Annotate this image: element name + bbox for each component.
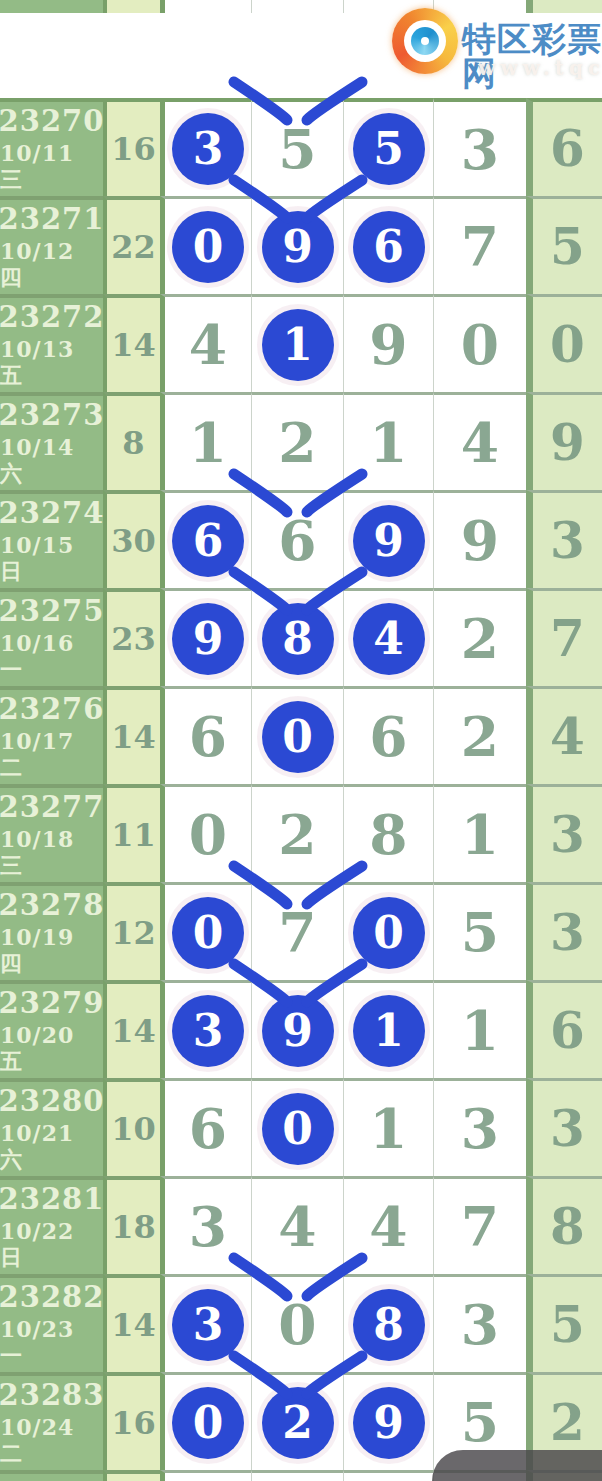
site-logo-icon: [392, 8, 458, 74]
issue-cell-23279: 2327910/20 五: [0, 980, 103, 1078]
issue-number: 23283: [0, 1380, 104, 1412]
strip-cell: [103, 0, 160, 13]
digit-cell: 2: [433, 588, 526, 686]
issue-number: 23275: [0, 596, 104, 628]
sum-value: 10: [111, 1110, 156, 1148]
extra-digit-cell: 9: [526, 392, 602, 490]
digit-value: 6: [550, 124, 585, 174]
digit-cell: 1: [343, 1078, 433, 1176]
circled-digit: 1: [262, 309, 334, 381]
digit-cell: 9: [343, 490, 433, 588]
sum-cell: 22: [103, 196, 160, 294]
issue-cell-23282: 2328210/23 一: [0, 1274, 103, 1372]
sum-cell: [103, 1470, 160, 1481]
circled-digit: 9: [353, 505, 425, 577]
circled-digit: 0: [172, 897, 244, 969]
digit-cell: 3: [160, 98, 251, 196]
issue-number: 23279: [0, 988, 104, 1020]
digit-value: 3: [461, 1297, 499, 1352]
issue-cell-23281: 2328110/22 日: [0, 1176, 103, 1274]
digit-cell: 0: [160, 882, 251, 980]
issue-cell-23278: 2327810/19 四: [0, 882, 103, 980]
digit-value: 2: [461, 709, 499, 764]
digit-cell: 1: [433, 980, 526, 1078]
circled-digit: 4: [353, 603, 425, 675]
sum-cell: 23: [103, 588, 160, 686]
digit-value: 6: [369, 709, 407, 764]
sum-value: 22: [111, 228, 156, 266]
digit-value: 3: [189, 1199, 227, 1254]
digit-cell: 4: [251, 1176, 343, 1274]
circled-digit: 3: [172, 113, 244, 185]
digit-cell: 3: [433, 98, 526, 196]
digit-cell: 6: [343, 196, 433, 294]
digit-value: 5: [461, 1395, 499, 1450]
sum-value: 8: [122, 424, 144, 462]
circled-digit: 1: [353, 995, 425, 1067]
digit-value: 7: [461, 1199, 499, 1254]
digit-value: 3: [550, 810, 585, 860]
circled-digit: 3: [172, 1289, 244, 1361]
digit-value: 3: [461, 122, 499, 177]
circled-digit: 9: [172, 603, 244, 675]
digit-value: 0: [550, 320, 585, 370]
digit-value: 1: [369, 1101, 407, 1156]
digit-cell: 1: [251, 294, 343, 392]
sum-cell: 11: [103, 784, 160, 882]
digit-value: 6: [189, 709, 227, 764]
circled-digit: 6: [172, 505, 244, 577]
issue-number: 23281: [0, 1184, 104, 1216]
digit-cell: 4: [160, 294, 251, 392]
sum-cell: 14: [103, 980, 160, 1078]
digit-value: 2: [461, 611, 499, 666]
issue-number: 23282: [0, 1282, 104, 1314]
digit-value: 1: [461, 1003, 499, 1058]
digit-cell: 1: [433, 784, 526, 882]
digit-cell: 8: [251, 588, 343, 686]
issue-cell-23276: 2327610/17 二: [0, 686, 103, 784]
digit-value: 9: [461, 513, 499, 568]
digit-cell: 1: [343, 392, 433, 490]
digit-value: 8: [369, 807, 407, 862]
digit-value: 3: [550, 516, 585, 566]
digit-value: 3: [461, 1101, 499, 1156]
issue-cell-23272: 2327210/13 五: [0, 294, 103, 392]
digit-value: 9: [369, 317, 407, 372]
issue-number: 23277: [0, 792, 104, 824]
circled-digit: 3: [172, 995, 244, 1067]
draw-date: 10/17 二: [0, 728, 103, 781]
site-watermark: 特区彩票网 www.tqcp.net: [392, 8, 602, 90]
digit-cell: 4: [343, 588, 433, 686]
digit-value: 2: [550, 1398, 585, 1448]
corner-overlay-button[interactable]: [432, 1450, 602, 1481]
digit-value: 8: [550, 1202, 585, 1252]
digit-cell: 4: [343, 1176, 433, 1274]
draw-date: 10/20 五: [0, 1022, 103, 1075]
sum-value: 18: [111, 1208, 156, 1246]
digit-value: 6: [189, 1101, 227, 1156]
circled-digit: 0: [353, 897, 425, 969]
digit-cell: 6: [343, 686, 433, 784]
sum-cell: 10: [103, 1078, 160, 1176]
sum-cell: 14: [103, 294, 160, 392]
digit-cell: 5: [433, 882, 526, 980]
digit-value: 7: [278, 905, 316, 960]
digit-value: 1: [369, 415, 407, 470]
digit-value: 9: [550, 418, 585, 468]
digit-value: 6: [550, 1006, 585, 1056]
circled-digit: 9: [262, 995, 334, 1067]
digit-value: 7: [550, 614, 585, 664]
sum-cell: 16: [103, 98, 160, 196]
circled-digit: 8: [353, 1289, 425, 1361]
digit-value: 2: [278, 807, 316, 862]
circled-digit: 0: [262, 701, 334, 773]
draw-date: 10/14 六: [0, 434, 103, 487]
extra-digit-cell: 3: [526, 490, 602, 588]
issue-number: 23276: [0, 694, 104, 726]
circled-digit: 9: [353, 1387, 425, 1459]
digit-value: 0: [278, 1297, 316, 1352]
issue-number: 23273: [0, 400, 104, 432]
digit-value: 4: [461, 415, 499, 470]
digit-value: 4: [278, 1199, 316, 1254]
issue-cell-23284: 23284: [0, 1470, 103, 1481]
digit-cell: 3: [160, 980, 251, 1078]
circled-digit: 2: [262, 1387, 334, 1459]
extra-digit-cell: 8: [526, 1176, 602, 1274]
extra-digit-cell: 6: [526, 980, 602, 1078]
issue-number: 23270: [0, 106, 104, 138]
issue-number: 23272: [0, 302, 104, 334]
digit-cell: 6: [160, 490, 251, 588]
issue-number: 23271: [0, 204, 104, 236]
digit-cell: 2: [251, 784, 343, 882]
digit-cell: 2: [251, 392, 343, 490]
sum-value: 30: [111, 522, 156, 560]
digit-cell: 0: [433, 294, 526, 392]
sum-cell: 14: [103, 686, 160, 784]
digit-cell: 9: [343, 1372, 433, 1470]
digit-value: 1: [189, 415, 227, 470]
draw-date: 10/11 三: [0, 140, 103, 193]
issue-cell-23270: 2327010/11 三: [0, 98, 103, 196]
draw-date: 10/22 日: [0, 1218, 103, 1271]
digit-cell: [160, 1470, 251, 1481]
draw-date: 10/24 二: [0, 1414, 103, 1467]
digit-value: 2: [278, 415, 316, 470]
digit-cell: 0: [160, 784, 251, 882]
digit-value: 3: [550, 908, 585, 958]
digit-cell: [343, 1470, 433, 1481]
digit-cell: 0: [251, 1274, 343, 1372]
digit-cell: 1: [160, 392, 251, 490]
draw-date: 10/23 一: [0, 1316, 103, 1369]
digit-cell: 5: [251, 98, 343, 196]
digit-value: 0: [461, 317, 499, 372]
digit-value: 5: [461, 905, 499, 960]
circled-digit: 5: [353, 113, 425, 185]
issue-cell-23273: 2327310/14 六: [0, 392, 103, 490]
issue-number: 23280: [0, 1086, 104, 1118]
sum-value: 23: [111, 620, 156, 658]
digit-value: 6: [278, 513, 316, 568]
extra-digit-cell: 0: [526, 294, 602, 392]
sum-value: 11: [111, 816, 156, 854]
digit-cell: 9: [251, 980, 343, 1078]
digit-cell: 1: [343, 980, 433, 1078]
sum-cell: 16: [103, 1372, 160, 1470]
issue-cell-23283: 2328310/24 二: [0, 1372, 103, 1470]
issue-number: 23278: [0, 890, 104, 922]
sum-value: 16: [111, 130, 156, 168]
sum-cell: 18: [103, 1176, 160, 1274]
digit-value: 1: [461, 807, 499, 862]
sum-cell: 14: [103, 1274, 160, 1372]
digit-cell: 9: [433, 490, 526, 588]
digit-cell: 7: [433, 1176, 526, 1274]
extra-digit-cell: 5: [526, 196, 602, 294]
sum-value: 14: [111, 1012, 156, 1050]
digit-cell: 6: [160, 1078, 251, 1176]
circled-digit: 9: [262, 211, 334, 283]
issue-cell-23280: 2328010/21 六: [0, 1078, 103, 1176]
digit-cell: 2: [433, 686, 526, 784]
digit-cell: 9: [251, 196, 343, 294]
digit-value: 4: [189, 317, 227, 372]
sum-value: 14: [111, 326, 156, 364]
digit-value: 7: [461, 219, 499, 274]
digit-cell: 0: [251, 686, 343, 784]
circled-digit: 6: [353, 211, 425, 283]
extra-digit-cell: 5: [526, 1274, 602, 1372]
digit-cell: 8: [343, 784, 433, 882]
strip-cell: [251, 0, 343, 13]
digit-value: 5: [550, 222, 585, 272]
digit-cell: 0: [160, 1372, 251, 1470]
digit-cell: 4: [433, 392, 526, 490]
digit-cell: 4/9: [251, 1470, 343, 1481]
digit-cell: 0: [251, 1078, 343, 1176]
draw-date: 10/21 六: [0, 1120, 103, 1173]
digit-cell: 3: [433, 1274, 526, 1372]
digit-cell: 3: [433, 1078, 526, 1176]
circled-digit: 0: [262, 1093, 334, 1165]
digit-cell: 0: [160, 196, 251, 294]
sum-value: 12: [111, 914, 156, 952]
digit-cell: 5: [343, 98, 433, 196]
sum-cell: 8: [103, 392, 160, 490]
digit-value: 5: [550, 1300, 585, 1350]
sum-cell: 12: [103, 882, 160, 980]
strip-cell: [0, 0, 103, 13]
draw-date: 10/16 一: [0, 630, 103, 683]
digit-cell: 6: [160, 686, 251, 784]
digit-cell: 2: [251, 1372, 343, 1470]
extra-digit-cell: 3: [526, 882, 602, 980]
issue-cell-23275: 2327510/16 一: [0, 588, 103, 686]
sum-value: 14: [111, 1306, 156, 1344]
extra-digit-cell: 7: [526, 588, 602, 686]
digit-value: 5: [278, 122, 316, 177]
issue-cell-23271: 2327110/12 四: [0, 196, 103, 294]
circled-digit: 0: [172, 1387, 244, 1459]
sum-value: 16: [111, 1404, 156, 1442]
circled-digit: 0: [172, 211, 244, 283]
issue-number: 23274: [0, 498, 104, 530]
extra-digit-cell: 4: [526, 686, 602, 784]
digit-cell: 0: [343, 882, 433, 980]
digit-cell: 6: [251, 490, 343, 588]
draw-date: 10/19 四: [0, 924, 103, 977]
site-url: www.tqcp.net: [478, 56, 602, 80]
draw-date: 10/18 三: [0, 826, 103, 879]
draw-date: 10/12 四: [0, 238, 103, 291]
draw-date: 10/13 五: [0, 336, 103, 389]
digit-cell: 7: [251, 882, 343, 980]
lottery-trend-board: 2327010/11 三16355362327110/12 四220967523…: [0, 0, 602, 1481]
digit-cell: 9: [160, 588, 251, 686]
extra-digit-cell: 3: [526, 784, 602, 882]
sum-value: 14: [111, 718, 156, 756]
digit-value: 4: [369, 1199, 407, 1254]
strip-cell: [160, 0, 251, 13]
trend-table: 2327010/11 三16355362327110/12 四220967523…: [0, 0, 602, 1481]
issue-cell-23277: 2327710/18 三: [0, 784, 103, 882]
digit-cell: 7: [433, 196, 526, 294]
issue-cell-23274: 2327410/15 日: [0, 490, 103, 588]
digit-value: 4: [550, 712, 585, 762]
extra-digit-cell: 6: [526, 98, 602, 196]
digit-cell: 9: [343, 294, 433, 392]
extra-digit-cell: 3: [526, 1078, 602, 1176]
circled-digit: 8: [262, 603, 334, 675]
digit-value: 0: [189, 807, 227, 862]
digit-cell: 3: [160, 1176, 251, 1274]
digit-value: 3: [550, 1104, 585, 1154]
digit-cell: 8: [343, 1274, 433, 1372]
digit-cell: 3: [160, 1274, 251, 1372]
draw-date: 10/15 日: [0, 532, 103, 585]
sum-cell: 30: [103, 490, 160, 588]
